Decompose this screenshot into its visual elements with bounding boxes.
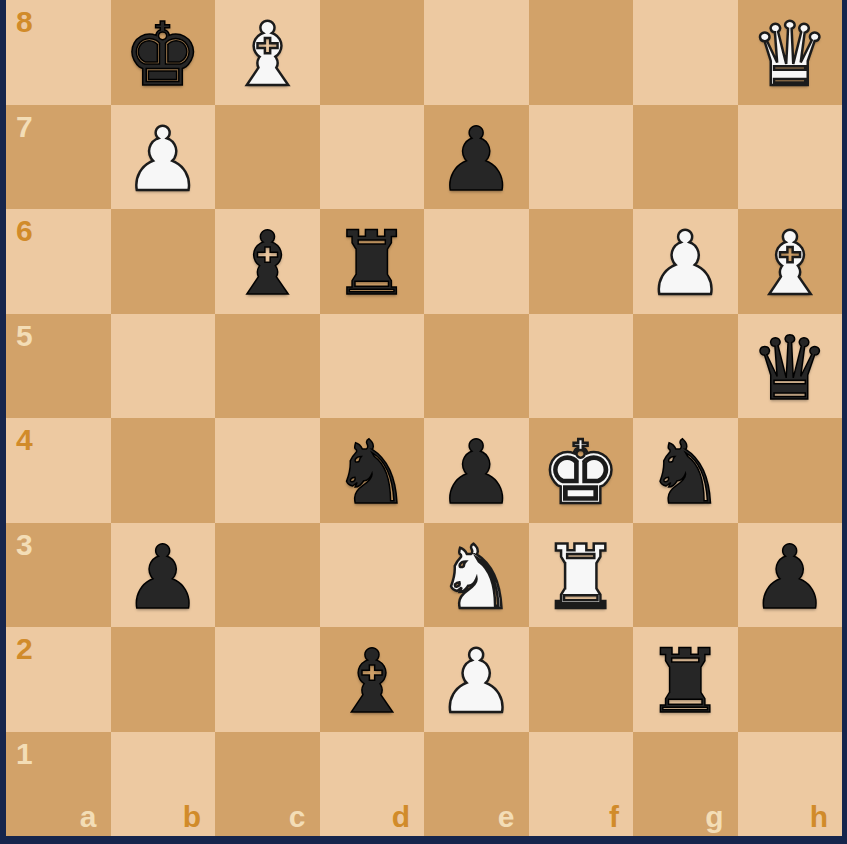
file-label-a: a xyxy=(80,800,97,834)
square-h8[interactable]: ♛ xyxy=(738,0,843,105)
square-h1[interactable]: h xyxy=(738,732,843,837)
square-d4[interactable]: ♞ xyxy=(320,418,425,523)
square-c4[interactable] xyxy=(215,418,320,523)
piece-white-queen[interactable]: ♛ xyxy=(750,11,829,99)
square-a5[interactable]: 5 xyxy=(6,314,111,419)
board-background: 8♚♝♛7♟♟6♝♜♟♝5♛4♞♟♚♞3♟♞♜♟2♝♟♜1abcdefgh xyxy=(0,0,847,844)
file-label-g: g xyxy=(705,800,723,834)
square-g4[interactable]: ♞ xyxy=(633,418,738,523)
square-g1[interactable]: g xyxy=(633,732,738,837)
square-c5[interactable] xyxy=(215,314,320,419)
square-e8[interactable] xyxy=(424,0,529,105)
piece-black-knight[interactable]: ♞ xyxy=(332,429,411,517)
square-c2[interactable] xyxy=(215,627,320,732)
piece-white-pawn[interactable]: ♟ xyxy=(437,638,516,726)
piece-black-knight[interactable]: ♞ xyxy=(646,429,725,517)
square-e5[interactable] xyxy=(424,314,529,419)
square-f3[interactable]: ♜ xyxy=(529,523,634,628)
square-d6[interactable]: ♜ xyxy=(320,209,425,314)
square-d1[interactable]: d xyxy=(320,732,425,837)
square-f1[interactable]: f xyxy=(529,732,634,837)
square-d8[interactable] xyxy=(320,0,425,105)
square-c6[interactable]: ♝ xyxy=(215,209,320,314)
rank-label-3: 3 xyxy=(16,528,33,562)
square-g5[interactable] xyxy=(633,314,738,419)
square-e4[interactable]: ♟ xyxy=(424,418,529,523)
square-e3[interactable]: ♞ xyxy=(424,523,529,628)
square-b4[interactable] xyxy=(111,418,216,523)
square-b8[interactable]: ♚ xyxy=(111,0,216,105)
rank-label-8: 8 xyxy=(16,5,33,39)
square-f5[interactable] xyxy=(529,314,634,419)
rank-label-7: 7 xyxy=(16,110,33,144)
square-g2[interactable]: ♜ xyxy=(633,627,738,732)
square-e1[interactable]: e xyxy=(424,732,529,837)
square-a1[interactable]: 1a xyxy=(6,732,111,837)
piece-white-king[interactable]: ♚ xyxy=(541,429,620,517)
square-h4[interactable] xyxy=(738,418,843,523)
piece-white-pawn[interactable]: ♟ xyxy=(123,116,202,204)
square-a3[interactable]: 3 xyxy=(6,523,111,628)
piece-black-bishop[interactable]: ♝ xyxy=(228,220,307,308)
square-h7[interactable] xyxy=(738,105,843,210)
square-g3[interactable] xyxy=(633,523,738,628)
square-h3[interactable]: ♟ xyxy=(738,523,843,628)
piece-white-bishop[interactable]: ♝ xyxy=(228,11,307,99)
piece-white-pawn[interactable]: ♟ xyxy=(646,220,725,308)
square-e7[interactable]: ♟ xyxy=(424,105,529,210)
piece-white-bishop[interactable]: ♝ xyxy=(750,220,829,308)
square-g8[interactable] xyxy=(633,0,738,105)
file-label-h: h xyxy=(810,800,828,834)
square-d2[interactable]: ♝ xyxy=(320,627,425,732)
square-b2[interactable] xyxy=(111,627,216,732)
square-e6[interactable] xyxy=(424,209,529,314)
square-f8[interactable] xyxy=(529,0,634,105)
rank-label-2: 2 xyxy=(16,632,33,666)
file-label-c: c xyxy=(289,800,306,834)
square-g7[interactable] xyxy=(633,105,738,210)
square-a7[interactable]: 7 xyxy=(6,105,111,210)
square-d5[interactable] xyxy=(320,314,425,419)
rank-label-6: 6 xyxy=(16,214,33,248)
piece-black-queen[interactable]: ♛ xyxy=(750,325,829,413)
piece-black-bishop[interactable]: ♝ xyxy=(332,638,411,726)
square-b5[interactable] xyxy=(111,314,216,419)
square-g6[interactable]: ♟ xyxy=(633,209,738,314)
square-f4[interactable]: ♚ xyxy=(529,418,634,523)
piece-white-rook[interactable]: ♜ xyxy=(541,534,620,622)
square-a4[interactable]: 4 xyxy=(6,418,111,523)
file-label-e: e xyxy=(498,800,515,834)
file-label-f: f xyxy=(609,800,619,834)
piece-black-rook[interactable]: ♜ xyxy=(332,220,411,308)
square-b1[interactable]: b xyxy=(111,732,216,837)
piece-black-king[interactable]: ♚ xyxy=(123,11,202,99)
square-h6[interactable]: ♝ xyxy=(738,209,843,314)
square-b7[interactable]: ♟ xyxy=(111,105,216,210)
square-e2[interactable]: ♟ xyxy=(424,627,529,732)
piece-black-rook[interactable]: ♜ xyxy=(646,638,725,726)
rank-label-1: 1 xyxy=(16,737,33,771)
square-f7[interactable] xyxy=(529,105,634,210)
piece-black-pawn[interactable]: ♟ xyxy=(750,534,829,622)
square-a6[interactable]: 6 xyxy=(6,209,111,314)
piece-black-pawn[interactable]: ♟ xyxy=(437,116,516,204)
piece-black-pawn[interactable]: ♟ xyxy=(123,534,202,622)
square-f6[interactable] xyxy=(529,209,634,314)
square-h5[interactable]: ♛ xyxy=(738,314,843,419)
file-label-d: d xyxy=(392,800,410,834)
square-c7[interactable] xyxy=(215,105,320,210)
square-d7[interactable] xyxy=(320,105,425,210)
square-c1[interactable]: c xyxy=(215,732,320,837)
chess-board: 8♚♝♛7♟♟6♝♜♟♝5♛4♞♟♚♞3♟♞♜♟2♝♟♜1abcdefgh xyxy=(6,0,842,836)
file-label-b: b xyxy=(183,800,201,834)
piece-white-knight[interactable]: ♞ xyxy=(437,534,516,622)
square-b3[interactable]: ♟ xyxy=(111,523,216,628)
square-h2[interactable] xyxy=(738,627,843,732)
square-a2[interactable]: 2 xyxy=(6,627,111,732)
square-c3[interactable] xyxy=(215,523,320,628)
square-c8[interactable]: ♝ xyxy=(215,0,320,105)
square-d3[interactable] xyxy=(320,523,425,628)
rank-label-4: 4 xyxy=(16,423,33,457)
square-f2[interactable] xyxy=(529,627,634,732)
rank-label-5: 5 xyxy=(16,319,33,353)
square-a8[interactable]: 8 xyxy=(6,0,111,105)
piece-black-pawn[interactable]: ♟ xyxy=(437,429,516,517)
square-b6[interactable] xyxy=(111,209,216,314)
